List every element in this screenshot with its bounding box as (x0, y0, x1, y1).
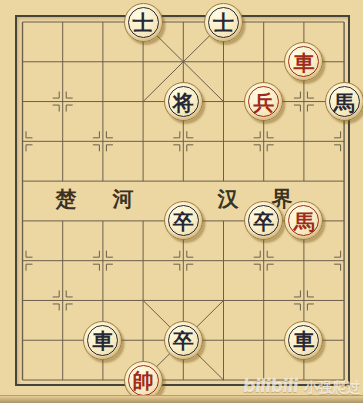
river-label: 河 (113, 185, 134, 213)
piece-glyph: 車 (92, 329, 113, 351)
watermark-text: 小强爬过 (304, 379, 360, 397)
piece-glyph: 卒 (253, 210, 274, 232)
river-label: 汉 (218, 185, 239, 213)
piece-glyph: 兵 (253, 91, 274, 113)
piece-glyph: 士 (213, 11, 234, 33)
piece-glyph: 卒 (173, 329, 194, 351)
piece-glyph: 将 (173, 91, 194, 113)
piece-red-general[interactable]: 帥 (124, 361, 163, 400)
piece-glyph: 車 (293, 51, 314, 73)
piece-black-chariot[interactable]: 車 (83, 321, 122, 360)
piece-black-advisor[interactable]: 士 (124, 3, 163, 42)
piece-black-soldier[interactable]: 卒 (164, 321, 203, 360)
watermark: bilibili 小强爬过 (243, 375, 360, 397)
piece-glyph: 馬 (334, 91, 355, 113)
piece-glyph: 帥 (133, 369, 154, 391)
piece-black-chariot[interactable]: 車 (284, 321, 323, 360)
piece-glyph: 馬 (293, 210, 314, 232)
piece-glyph: 卒 (173, 210, 194, 232)
xiangqi-board: 楚河汉界 士士車将兵馬卒卒馬車卒車帥 bilibili 小强爬过 (0, 0, 363, 403)
piece-black-general[interactable]: 将 (164, 82, 203, 121)
piece-black-advisor[interactable]: 士 (204, 3, 243, 42)
piece-glyph: 車 (293, 329, 314, 351)
river-label: 楚 (56, 185, 77, 213)
bilibili-logo: bilibili (242, 375, 299, 396)
piece-black-soldier[interactable]: 卒 (164, 201, 203, 240)
piece-glyph: 士 (133, 11, 154, 33)
piece-black-horse[interactable]: 馬 (325, 82, 363, 121)
piece-red-soldier[interactable]: 兵 (244, 82, 283, 121)
